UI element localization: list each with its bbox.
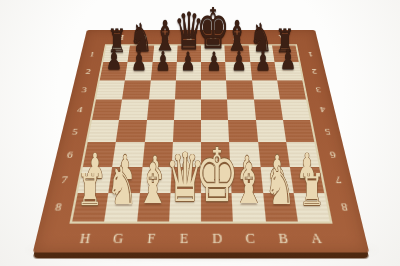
piece-light-knight[interactable]: ♞ bbox=[106, 160, 137, 212]
piece-dark-pawn[interactable]: ♟ bbox=[181, 49, 196, 74]
piece-light-knight[interactable]: ♞ bbox=[265, 160, 296, 212]
photo-stage: HGFEDCBAHGFEDCBA1234567812345678 ♜♞♝♛♚♝♞… bbox=[0, 0, 400, 266]
piece-dark-pawn[interactable]: ♟ bbox=[156, 48, 171, 74]
piece-dark-pawn[interactable]: ♟ bbox=[280, 46, 297, 74]
piece-dark-pawn[interactable]: ♟ bbox=[255, 47, 271, 74]
piece-dark-pawn[interactable]: ♟ bbox=[231, 48, 246, 74]
piece-dark-pawn[interactable]: ♟ bbox=[131, 47, 147, 74]
piece-dark-pawn[interactable]: ♟ bbox=[105, 46, 122, 74]
piece-light-rook[interactable]: ♜ bbox=[299, 169, 325, 213]
pieces-layer: ♜♞♝♛♚♝♞♜♟♟♟♟♟♟♟♟♟♟♟♟♟♟♟♟♜♞♝♛♚♝♞♜ bbox=[0, 0, 400, 266]
piece-dark-pawn[interactable]: ♟ bbox=[206, 49, 221, 74]
piece-light-rook[interactable]: ♜ bbox=[77, 169, 103, 213]
piece-light-bishop[interactable]: ♝ bbox=[232, 157, 265, 212]
